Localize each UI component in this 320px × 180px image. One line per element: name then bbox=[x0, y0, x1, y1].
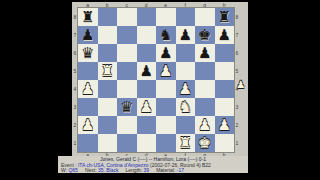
piece-black-queen: ♛ bbox=[117, 98, 137, 116]
square-g4 bbox=[195, 80, 215, 98]
square-e3 bbox=[156, 98, 176, 116]
stat-label: Next: bbox=[85, 167, 97, 173]
rank-label-6: 6 bbox=[234, 44, 240, 62]
piece-black-pawn: ♟ bbox=[176, 26, 196, 44]
square-d1 bbox=[137, 134, 157, 152]
square-h5 bbox=[215, 62, 235, 80]
piece-white-knight: ♞ bbox=[176, 98, 196, 116]
square-g6: ♟ bbox=[195, 44, 215, 62]
square-f7: ♟ bbox=[176, 26, 196, 44]
square-f2 bbox=[176, 116, 196, 134]
piece-white-rook: ♜ bbox=[176, 134, 196, 152]
square-h8: ♜ bbox=[215, 8, 235, 26]
piece-white-pawn: ♟ bbox=[195, 116, 215, 134]
square-c5 bbox=[117, 62, 137, 80]
square-g3 bbox=[195, 98, 215, 116]
stat-value: Q65 bbox=[67, 167, 78, 173]
square-a6: ♛ bbox=[78, 44, 98, 62]
square-h7: ♟ bbox=[215, 26, 235, 44]
piece-black-pawn: ♟ bbox=[156, 44, 176, 62]
square-h6 bbox=[215, 44, 235, 62]
square-a4: ♟ bbox=[78, 80, 98, 98]
piece-black-pawn: ♟ bbox=[195, 44, 215, 62]
square-b6 bbox=[98, 44, 118, 62]
stat-label: Length: bbox=[126, 167, 143, 173]
square-c2 bbox=[117, 116, 137, 134]
square-b7 bbox=[98, 26, 118, 44]
square-f1: ♜ bbox=[176, 134, 196, 152]
square-b3 bbox=[98, 98, 118, 116]
square-a2: ♟ bbox=[78, 116, 98, 134]
square-g7: ♚ bbox=[195, 26, 215, 44]
piece-white-pawn: ♟ bbox=[137, 98, 157, 116]
square-b2 bbox=[98, 116, 118, 134]
square-e5: ♟ bbox=[156, 62, 176, 80]
square-d3: ♟ bbox=[137, 98, 157, 116]
rank-label-8: 8 bbox=[234, 8, 240, 26]
square-f8 bbox=[176, 8, 196, 26]
piece-black-pawn: ♟ bbox=[78, 26, 98, 44]
square-b8 bbox=[98, 8, 118, 26]
stat-w: W: Q65 bbox=[61, 168, 78, 173]
square-d4 bbox=[137, 80, 157, 98]
piece-white-rook: ♜ bbox=[98, 62, 118, 80]
piece-white-king: ♚ bbox=[195, 134, 215, 152]
square-f4: ♟ bbox=[176, 80, 196, 98]
square-f5 bbox=[176, 62, 196, 80]
white-pawn-indicator-icon: ♟ bbox=[235, 78, 247, 92]
square-c3: ♛ bbox=[117, 98, 137, 116]
square-d5: ♟ bbox=[137, 62, 157, 80]
square-a5 bbox=[78, 62, 98, 80]
piece-black-pawn: ♟ bbox=[215, 26, 235, 44]
square-b1 bbox=[98, 134, 118, 152]
square-d7 bbox=[137, 26, 157, 44]
square-b4 bbox=[98, 80, 118, 98]
square-e4 bbox=[156, 80, 176, 98]
square-f6 bbox=[176, 44, 196, 62]
square-d6 bbox=[137, 44, 157, 62]
piece-black-rook: ♜ bbox=[78, 8, 98, 26]
square-b5: ♜ bbox=[98, 62, 118, 80]
square-e1 bbox=[156, 134, 176, 152]
square-a1 bbox=[78, 134, 98, 152]
square-a3 bbox=[78, 98, 98, 116]
square-h1 bbox=[215, 134, 235, 152]
square-e7: ♞ bbox=[156, 26, 176, 44]
square-h4 bbox=[215, 80, 235, 98]
stat-value: 39 bbox=[142, 167, 149, 173]
square-d8 bbox=[137, 8, 157, 26]
square-e6: ♟ bbox=[156, 44, 176, 62]
square-c8 bbox=[117, 8, 137, 26]
square-g5 bbox=[195, 62, 215, 80]
square-e8 bbox=[156, 8, 176, 26]
square-c7 bbox=[117, 26, 137, 44]
piece-white-pawn: ♟ bbox=[176, 80, 196, 98]
piece-black-pawn: ♟ bbox=[137, 62, 157, 80]
square-c4 bbox=[117, 80, 137, 98]
chess-board: ♜♜♟♞♟♚♟♛♟♟♜♟♟♟♟♛♟♞♟♟♟♜♚ bbox=[78, 8, 234, 152]
stats-line: W: Q65Next: 35. BlackLength: 39Material:… bbox=[61, 168, 245, 173]
piece-black-rook: ♜ bbox=[215, 8, 235, 26]
rank-label-1: 1 bbox=[234, 134, 240, 152]
square-g2: ♟ bbox=[195, 116, 215, 134]
piece-black-king: ♚ bbox=[195, 26, 215, 44]
square-g8 bbox=[195, 8, 215, 26]
piece-black-knight: ♞ bbox=[156, 26, 176, 44]
stat-label: Material: bbox=[156, 167, 175, 173]
stat-value: 35. Black bbox=[97, 167, 119, 173]
square-d2 bbox=[137, 116, 157, 134]
square-g1: ♚ bbox=[195, 134, 215, 152]
piece-black-queen: ♛ bbox=[78, 44, 98, 62]
piece-white-pawn: ♟ bbox=[78, 80, 98, 98]
square-c6 bbox=[117, 44, 137, 62]
piece-white-pawn: ♟ bbox=[215, 116, 235, 134]
stat-material: Material: -17 bbox=[156, 168, 184, 173]
square-e2 bbox=[156, 116, 176, 134]
square-a7: ♟ bbox=[78, 26, 98, 44]
rank-label-2: 2 bbox=[234, 116, 240, 134]
stat-next: Next: 35. Black bbox=[85, 168, 119, 173]
square-h3 bbox=[215, 98, 235, 116]
square-f3: ♞ bbox=[176, 98, 196, 116]
rank-label-7: 7 bbox=[234, 26, 240, 44]
piece-white-pawn: ♟ bbox=[156, 62, 176, 80]
footer-panel: Jones, Gerald C (----) -- Hamilton, Lora… bbox=[58, 156, 248, 173]
stat-length: Length: 39 bbox=[126, 168, 150, 173]
piece-white-pawn: ♟ bbox=[78, 116, 98, 134]
square-c1 bbox=[117, 134, 137, 152]
square-a8: ♜ bbox=[78, 8, 98, 26]
rank-label-3: 3 bbox=[234, 98, 240, 116]
stat-value: -17 bbox=[175, 167, 184, 173]
square-h2: ♟ bbox=[215, 116, 235, 134]
